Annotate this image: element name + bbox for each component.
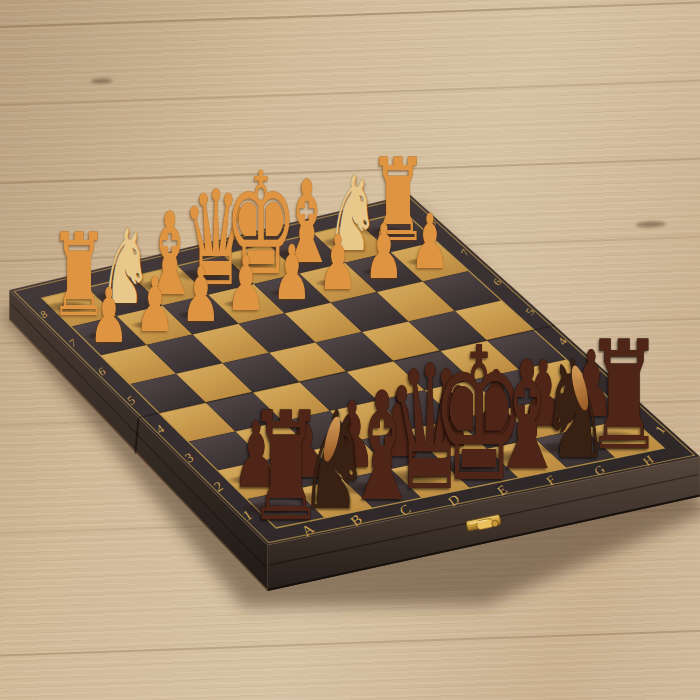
white-pawn-b7[interactable]: ♟ [135, 268, 174, 344]
white-pawn-g7[interactable]: ♟ [364, 215, 403, 291]
white-pawn-e7[interactable]: ♟ [273, 236, 312, 312]
black-rook-h1[interactable]: ♜ [585, 321, 663, 471]
pieces-layer: ♜♞♝♛♚♝♞♜♟♟♟♟♟♟♟♟♟♟♟♟♟♟♟♟♜♞♝♛♚♝♞♜ [0, 0, 700, 700]
white-pawn-d7[interactable]: ♟ [227, 246, 266, 322]
white-pawn-f7[interactable]: ♟ [318, 225, 357, 301]
chess-set-photo: 1122334455667788ABCDEFGH ♜♞♝♛♚♝♞♜♟♟♟♟♟♟♟… [0, 0, 700, 700]
white-pawn-a7[interactable]: ♟ [89, 278, 128, 354]
white-pawn-c7[interactable]: ♟ [181, 257, 220, 333]
white-pawn-h7[interactable]: ♟ [410, 204, 449, 280]
